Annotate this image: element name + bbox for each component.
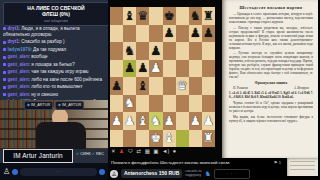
square-h6[interactable] (202, 42, 215, 60)
mod-badge-icon (3, 78, 6, 81)
ticker-badge: ⚑ 1 (274, 158, 281, 167)
square-a3[interactable] (110, 95, 123, 113)
square-g4[interactable] (189, 77, 202, 95)
chat-message: ladyw1979: Да так подумал (3, 47, 105, 53)
mod-badge-icon (3, 56, 6, 59)
board-toolbar-icon-2[interactable]: 🗨 (128, 148, 134, 154)
chat-text: : вообще (29, 54, 48, 59)
square-a5[interactable] (110, 60, 123, 78)
chat-panel: НА ЛИВЕ СО СВЕЧКОЙ ФЛЕШ (0%) чат общения… (0, 0, 108, 180)
white-piece-h1[interactable]: ♜ (203, 132, 214, 145)
mod-badge-icon (3, 48, 6, 51)
square-g8[interactable]: ♞ (189, 7, 202, 25)
square-d7[interactable] (149, 25, 162, 43)
chat-text: : я лошара за белых? (29, 62, 75, 67)
overlay-pill-left[interactable]: ◆IM_ARTUR (24, 101, 53, 110)
chat-username[interactable]: geni_alen (8, 69, 29, 74)
square-b5[interactable]: ♟ (123, 60, 136, 78)
chat-message: geni_alen: я лошара за белых? (3, 62, 105, 68)
square-e7[interactable]: ♟ (163, 25, 176, 43)
diamond-icon: ◆ (58, 103, 61, 107)
chat-username[interactable]: geni_alen (8, 54, 29, 59)
ticker-text: Появился фельдфебель Шестьдесят восемь в… (111, 160, 229, 165)
bottom-left-toolbar: ♙ ····· (0, 163, 108, 180)
square-d3[interactable] (149, 95, 162, 113)
square-g2[interactable]: ♟ (189, 112, 202, 130)
square-h2[interactable]: ♟ (202, 112, 215, 130)
square-d4[interactable] (149, 77, 162, 95)
square-f4[interactable]: ♛ (176, 77, 189, 95)
pinned-line2: ФЛЕШ (0%) (6, 11, 106, 17)
pinned-subtitle: чат общения (6, 18, 106, 23)
square-a8[interactable] (110, 7, 123, 25)
chat-username[interactable]: geni_alen (8, 77, 29, 82)
square-e5[interactable] (163, 60, 176, 78)
book-paragraphs-top: — Однажды в сеансе произошла история, ко… (229, 12, 313, 79)
square-a6[interactable] (110, 42, 123, 60)
board-toolbar-icon-5[interactable]: ▣ (153, 148, 158, 154)
chat-message: geni_alen: чая так каждую игру играю (3, 69, 105, 75)
chat-text: : Да так подумал (31, 47, 67, 52)
white-piece-b3[interactable]: ♞ (124, 97, 135, 110)
white-piece-e2[interactable]: ♟ (163, 114, 174, 127)
ticker-bar: Появился фельдфебель Шестьдесят восемь в… (111, 158, 283, 167)
chess-board[interactable]: ♝♛♚♞♜♟♟♟♞♟♟♟♟♟♝♛♞♟♟♝♞♟♟♟♚♝♜ (110, 7, 215, 147)
square-h4[interactable] (202, 77, 215, 95)
white-piece-c2[interactable]: ♝ (137, 114, 148, 127)
square-g1[interactable] (189, 130, 202, 148)
chat-username[interactable]: geni_alen (8, 84, 29, 89)
square-b1[interactable] (123, 130, 136, 148)
chat-message: geni_alen: вообще (3, 54, 105, 60)
black-piece-g7[interactable]: ♟ (190, 27, 201, 40)
black-piece-c8[interactable]: ♛ (137, 9, 148, 22)
square-c1[interactable] (136, 130, 149, 148)
square-g6[interactable] (189, 42, 202, 60)
square-a2[interactable]: ♟ (110, 112, 123, 130)
black-piece-c4[interactable]: ♝ (137, 79, 148, 92)
square-c3[interactable] (136, 95, 149, 113)
square-h8[interactable]: ♜ (202, 7, 215, 25)
mod-badge-icon (3, 63, 6, 66)
marquee-pill: · · · (214, 169, 250, 179)
mod-badge-icon (3, 27, 6, 30)
square-e3[interactable] (163, 95, 176, 113)
chat-text: : чая так каждую игру играю (29, 69, 89, 74)
overlay-pill-right-label: IM_ARTUR (62, 103, 81, 107)
chat-message: dryt1: Люди, я в отпаде, я вылета обязат… (3, 26, 105, 38)
webcam-video: ◆IM_ARTUR ◆IM_ARTUR (0, 100, 108, 149)
black-piece-a4[interactable]: ♟ (111, 79, 122, 92)
square-h3[interactable] (202, 95, 215, 113)
chat-message: dryt1: Спасибо за разбор ) (3, 39, 105, 45)
square-a4[interactable]: ♟ (110, 77, 123, 95)
square-d5[interactable]: ♟ (149, 60, 162, 78)
book-paragraph: — Однажды в сеансе произошла история, ко… (229, 12, 313, 24)
chat-username[interactable]: geni_alen (8, 62, 29, 67)
site-logo-icon[interactable]: ♙ (110, 170, 118, 178)
board-toolbar-icon-7[interactable]: ● (173, 148, 176, 154)
mod-badge-icon (3, 93, 6, 96)
white-piece-f4[interactable]: ♛ (177, 79, 188, 92)
donation-bar: ♙ Antenorchess 150 RUB спасибо за поддер… (110, 167, 287, 180)
white-piece-h2[interactable]: ♟ (203, 114, 214, 127)
pinned-message[interactable]: НА ЛИВЕ СО СВЕЧКОЙ ФЛЕШ (0%) чат общения (3, 2, 109, 26)
square-c7[interactable] (136, 25, 149, 43)
black-piece-b8[interactable]: ♝ (124, 9, 135, 22)
square-d8[interactable] (149, 7, 162, 25)
square-f1[interactable] (176, 130, 189, 148)
square-f6[interactable] (176, 42, 189, 60)
black-piece-h8[interactable]: ♜ (203, 9, 214, 22)
donation-note-line2: поддержку (185, 173, 201, 177)
donation-amount-pill[interactable]: Antenorchess 150 RUB (121, 169, 182, 178)
chat-username[interactable]: dryt1 (8, 26, 19, 31)
square-b2[interactable]: ♟ (123, 112, 136, 130)
black-piece-h7[interactable]: ♟ (203, 27, 214, 40)
square-d2[interactable]: ♞ (149, 112, 162, 130)
square-f2[interactable] (176, 112, 189, 130)
square-e2[interactable]: ♟ (163, 112, 176, 130)
chat-message-list[interactable]: dryt1: Люди, я в отпаде, я вылета обязат… (3, 26, 105, 100)
mod-badge-icon (3, 41, 6, 44)
rec-status-label: REC (96, 152, 104, 156)
status-indicators: ✓ СИНК ✓ REC (76, 152, 106, 157)
white-piece-d2[interactable]: ♞ (150, 114, 161, 127)
chat-username[interactable]: geni_alen (8, 92, 29, 97)
chess-pawn-icon[interactable]: ♙ (3, 167, 10, 176)
square-b4[interactable] (123, 77, 136, 95)
chat-username[interactable]: dryt1 (8, 39, 19, 44)
board-toolbar-icon-3[interactable]: ⇄ (137, 148, 142, 154)
diamond-icon: ◆ (27, 103, 30, 107)
black-piece-e7[interactable]: ♟ (163, 27, 174, 40)
streamer-name-caption: IM Artur Janturin (3, 149, 73, 163)
square-e8[interactable]: ♚ (163, 7, 176, 25)
mod-badge-icon (3, 86, 6, 89)
donation-note: спасибо за поддержку (185, 170, 201, 178)
chat-message: geni_alen: ну и смешно (3, 92, 105, 98)
chat-text: : Спасибо за разбор ) (19, 39, 65, 44)
square-b7[interactable] (123, 25, 136, 43)
square-c2[interactable]: ♝ (136, 112, 149, 130)
board-toolbar-icon-6[interactable]: ◄) (162, 148, 169, 154)
black-piece-d6[interactable]: ♟ (150, 44, 161, 57)
square-a1[interactable] (110, 130, 123, 148)
square-d6[interactable]: ♟ (149, 42, 162, 60)
square-c4[interactable]: ♝ (136, 77, 149, 95)
book-paragraph: — Русские мастера не случайно ценили ини… (229, 51, 313, 79)
chat-text: : либо на запе после 600 рейтинга (29, 77, 102, 82)
square-g3[interactable] (189, 95, 202, 113)
chat-input-pill[interactable]: ····· (20, 168, 97, 176)
check-icon: ✓ (92, 152, 95, 156)
square-c6[interactable] (136, 42, 149, 60)
book-page-corner (287, 158, 318, 176)
overlay-pill-right[interactable]: ◆IM_ARTUR (55, 101, 84, 110)
black-player-name: А. Янтурин (294, 86, 309, 90)
overlay-pill-left-label: IM_ARTUR (31, 103, 50, 107)
book-players-line: Н. Романов А. Янтурин (233, 86, 309, 90)
square-d1[interactable]: ♚ (149, 130, 162, 148)
square-h5[interactable] (202, 60, 215, 78)
black-piece-g8[interactable]: ♞ (190, 9, 201, 22)
square-c8[interactable]: ♛ (136, 7, 149, 25)
square-e6[interactable] (163, 42, 176, 60)
square-e4[interactable] (163, 77, 176, 95)
book-game-header: Французская защита (229, 81, 313, 85)
board-toolbar-icon-4[interactable]: ▦ (145, 148, 150, 154)
black-piece-c5[interactable]: ♟ (137, 62, 148, 75)
blue-badge-icon[interactable] (99, 169, 105, 175)
knight-icon[interactable]: ♞ (204, 170, 210, 178)
white-piece-e1[interactable]: ♝ (163, 132, 174, 145)
chat-message: geni_alen: либо на запе после 600 рейтин… (3, 77, 105, 83)
board-toolbar: ✕♟🗨⇄▦▣◄)● (111, 148, 217, 154)
book-paragraph: — Почему с таким упорством вы, молодые, … (229, 26, 313, 50)
square-c5[interactable]: ♟ (136, 60, 149, 78)
board-toolbar-icon-0[interactable]: ✕ (111, 148, 116, 154)
square-e1[interactable]: ♝ (163, 130, 176, 148)
sync-status-label: СИНК (80, 152, 90, 156)
book-page-header: Шестьдесят восьмая партия (229, 5, 313, 10)
streamer-body (36, 122, 86, 149)
black-piece-b6[interactable]: ♞ (124, 44, 135, 57)
mod-badge-icon (3, 71, 6, 74)
white-player-name: Н. Романов (233, 86, 248, 90)
chat-text: : либо кто-то вымышляет (29, 84, 83, 89)
chat-username[interactable]: ladyw1979 (8, 47, 31, 52)
stream-screenshot: НА ЛИВЕ СО СВЕЧКОЙ ФЛЕШ (0%) чат общения… (0, 0, 320, 180)
white-piece-g2[interactable]: ♟ (190, 114, 201, 127)
book-paragraph: Мы видим, как белые постепенно стягивают… (229, 115, 313, 123)
square-h1[interactable]: ♜ (202, 130, 215, 148)
book-paragraph: Чёрные готовят b5 и Сb7, однако задержка… (229, 101, 313, 113)
white-piece-d5[interactable]: ♟ (150, 62, 161, 75)
square-f7[interactable] (176, 25, 189, 43)
board-toolbar-icon-1[interactable]: ♟ (119, 148, 124, 154)
book-moves-text: 1. e4 e6 2. d4 d5 3. Кd2 c5 4. ed Фxd5 5… (229, 91, 313, 99)
square-b8[interactable]: ♝ (123, 7, 136, 25)
check-icon: ✓ (76, 152, 79, 156)
square-g5[interactable] (189, 60, 202, 78)
square-f3[interactable] (176, 95, 189, 113)
square-f8[interactable] (176, 7, 189, 25)
white-piece-a2[interactable]: ♟ (111, 114, 122, 127)
chat-text: : ну и смешно (29, 92, 58, 97)
black-piece-b5[interactable]: ♟ (124, 62, 135, 75)
square-b6[interactable]: ♞ (123, 42, 136, 60)
square-g7[interactable]: ♟ (189, 25, 202, 43)
blue-badge-icon[interactable] (12, 169, 18, 175)
square-b3[interactable]: ♞ (123, 95, 136, 113)
board-column: ♝♛♚♞♜♟♟♟♞♟♟♟♟♟♝♛♞♟♟♝♞♟♟♟♚♝♜ ✕♟🗨⇄▦▣◄)● (108, 0, 222, 180)
white-piece-b2[interactable]: ♟ (124, 114, 135, 127)
square-h7[interactable]: ♟ (202, 25, 215, 43)
book-paragraphs-bottom: Чёрные готовят b5 и Сb7, однако задержка… (229, 101, 313, 123)
white-piece-d1[interactable]: ♚ (150, 132, 161, 145)
chat-message: geni_alen: либо кто-то вымышляет (3, 84, 105, 90)
square-f5[interactable] (176, 60, 189, 78)
black-piece-e8[interactable]: ♚ (163, 9, 174, 22)
square-a7[interactable] (110, 25, 123, 43)
book-page: Шестьдесят восьмая партия — Однажды в се… (222, 0, 318, 158)
